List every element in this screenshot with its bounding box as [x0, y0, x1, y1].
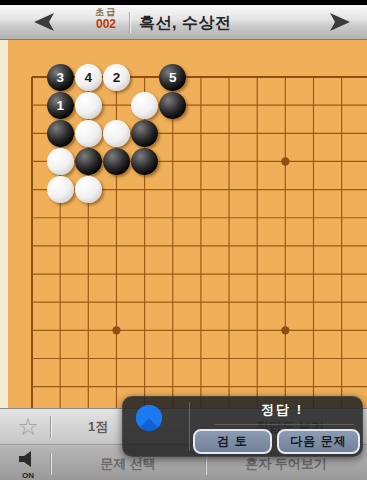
sound-toggle-button[interactable]: ON — [8, 448, 48, 480]
status-bar — [0, 0, 367, 5]
result-title: 정답 ! — [202, 401, 362, 419]
stone-white-D17 — [103, 120, 130, 147]
stone-black-B17 — [47, 120, 74, 147]
previous-problem-button[interactable] — [22, 9, 64, 37]
move-number: 2 — [113, 70, 121, 85]
move-number: 3 — [56, 70, 64, 85]
stone-white-C18 — [75, 92, 102, 119]
stone-black-E16 — [131, 148, 158, 175]
stone-black-F18 — [159, 92, 186, 119]
stone-black-B18: 1 — [47, 92, 74, 119]
toolbar-divider — [50, 453, 51, 475]
move-number: 1 — [56, 98, 64, 113]
hint-button[interactable]: 1점 — [88, 409, 108, 445]
left-arrow-icon — [30, 11, 56, 36]
stone-white-C15 — [75, 176, 102, 203]
go-board[interactable]: 34251 — [0, 40, 367, 408]
dialog-horizontal-divider — [214, 424, 354, 425]
level-block: 초급 002 — [86, 8, 126, 31]
correct-circle-icon — [136, 405, 162, 431]
stone-white-B15 — [47, 176, 74, 203]
stone-black-C16 — [75, 148, 102, 175]
review-button[interactable]: 검 토 — [193, 429, 272, 454]
result-dialog: 정답 ! 검 토 다음 문제 — [122, 396, 363, 457]
sound-state-label: ON — [8, 471, 48, 480]
stone-white-E18 — [131, 92, 158, 119]
toolbar-divider — [50, 416, 51, 438]
favorite-button[interactable]: ☆ — [8, 410, 48, 444]
next-problem-nav-button[interactable] — [320, 9, 362, 37]
right-arrow-icon — [328, 11, 354, 36]
stone-white-D19: 2 — [103, 64, 130, 91]
page-title: 흑선, 수상전 — [139, 13, 231, 34]
stone-black-F19: 5 — [159, 64, 186, 91]
header-divider — [129, 12, 130, 33]
move-number: 5 — [169, 70, 177, 85]
speaker-icon — [17, 456, 39, 471]
move-number: 4 — [85, 70, 93, 85]
stone-black-E17 — [131, 120, 158, 147]
dialog-vertical-divider — [189, 402, 190, 451]
stone-white-C19: 4 — [75, 64, 102, 91]
next-problem-button[interactable]: 다음 문제 — [277, 429, 360, 454]
stone-white-C17 — [75, 120, 102, 147]
app-screen: 초급 002 흑선, 수상전 34251 ☆ 1점 정답도 보기 — [0, 0, 367, 480]
header: 초급 002 흑선, 수상전 — [0, 5, 367, 40]
stone-white-B16 — [47, 148, 74, 175]
problem-number: 002 — [86, 18, 126, 31]
star-icon: ☆ — [17, 413, 39, 440]
stone-black-D16 — [103, 148, 130, 175]
stone-black-B19: 3 — [47, 64, 74, 91]
